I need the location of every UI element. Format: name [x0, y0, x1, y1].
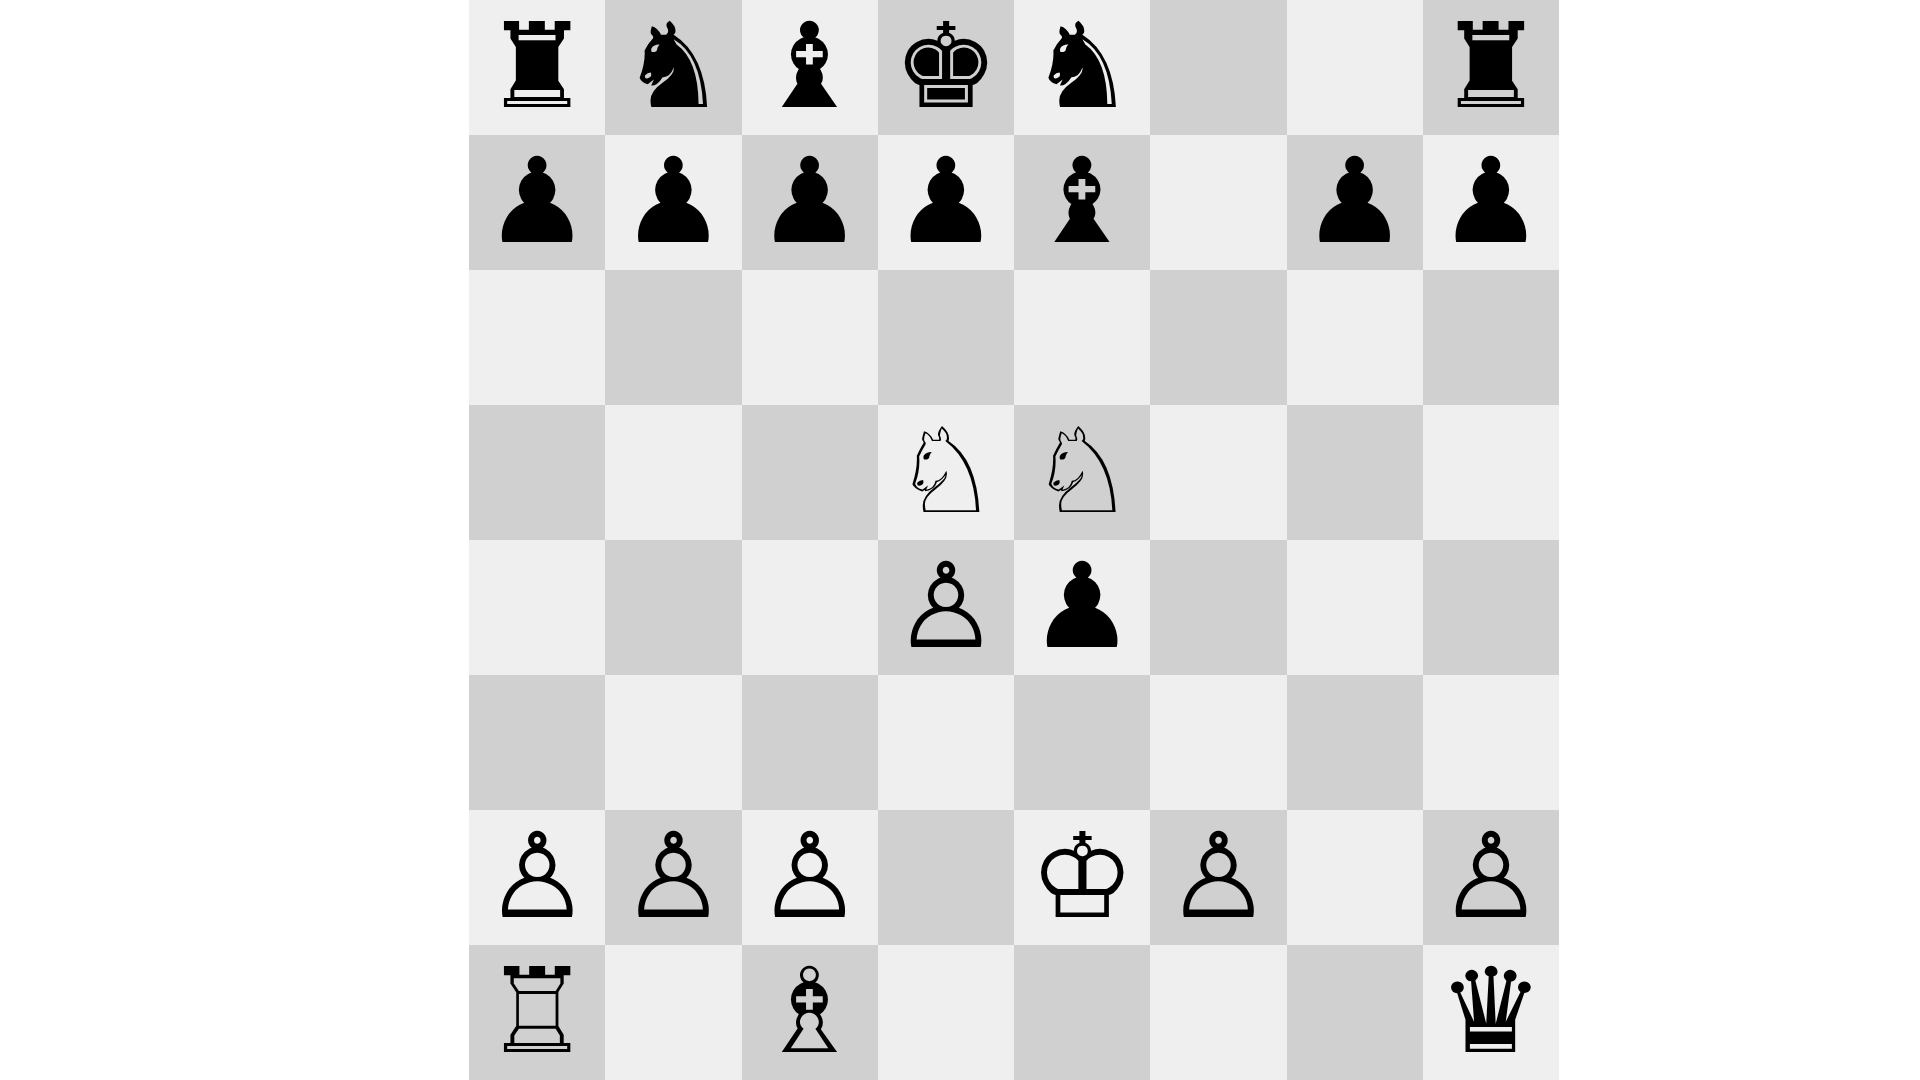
- square-g5[interactable]: [1287, 405, 1423, 540]
- square-h4[interactable]: [1423, 540, 1559, 675]
- white-pawn-piece[interactable]: ♙: [757, 817, 863, 935]
- square-a3[interactable]: [469, 675, 605, 810]
- black-pawn-piece[interactable]: ♟: [893, 142, 999, 260]
- square-h5[interactable]: [1423, 405, 1559, 540]
- square-d5[interactable]: ♘: [878, 405, 1014, 540]
- square-a7[interactable]: ♟: [469, 135, 605, 270]
- black-knight-piece[interactable]: ♞: [620, 7, 726, 125]
- white-king-piece[interactable]: ♔: [1029, 817, 1135, 935]
- square-e4[interactable]: ♟: [1014, 540, 1150, 675]
- black-pawn-piece[interactable]: ♟: [757, 142, 863, 260]
- square-f3[interactable]: [1150, 675, 1286, 810]
- black-pawn-piece[interactable]: ♟: [484, 142, 590, 260]
- square-b1[interactable]: [605, 945, 741, 1080]
- square-c3[interactable]: [742, 675, 878, 810]
- square-g3[interactable]: [1287, 675, 1423, 810]
- square-e6[interactable]: [1014, 270, 1150, 405]
- black-bishop-piece[interactable]: ♝: [757, 7, 863, 125]
- white-pawn-piece[interactable]: ♙: [620, 817, 726, 935]
- chess-board: ♜♞♝♚♞♜♟♟♟♟♝♟♟♘♘♙♟♙♙♙♔♙♙♖♗♛: [469, 0, 1559, 1080]
- white-pawn-piece[interactable]: ♙: [1438, 817, 1544, 935]
- square-e1[interactable]: [1014, 945, 1150, 1080]
- square-d3[interactable]: [878, 675, 1014, 810]
- square-h7[interactable]: ♟: [1423, 135, 1559, 270]
- square-a8[interactable]: ♜: [469, 0, 605, 135]
- white-knight-piece[interactable]: ♘: [1029, 412, 1135, 530]
- square-b6[interactable]: [605, 270, 741, 405]
- square-g2[interactable]: [1287, 810, 1423, 945]
- square-b4[interactable]: [605, 540, 741, 675]
- black-rook-piece[interactable]: ♜: [1438, 7, 1544, 125]
- square-g1[interactable]: [1287, 945, 1423, 1080]
- white-knight-piece[interactable]: ♘: [893, 412, 999, 530]
- square-d8[interactable]: ♚: [878, 0, 1014, 135]
- square-d6[interactable]: [878, 270, 1014, 405]
- square-c7[interactable]: ♟: [742, 135, 878, 270]
- black-pawn-piece[interactable]: ♟: [620, 142, 726, 260]
- white-pawn-piece[interactable]: ♙: [893, 547, 999, 665]
- square-h2[interactable]: ♙: [1423, 810, 1559, 945]
- square-b3[interactable]: [605, 675, 741, 810]
- square-b2[interactable]: ♙: [605, 810, 741, 945]
- page-background: ♜♞♝♚♞♜♟♟♟♟♝♟♟♘♘♙♟♙♙♙♔♙♙♖♗♛: [0, 0, 1920, 1080]
- square-h3[interactable]: [1423, 675, 1559, 810]
- square-d1[interactable]: [878, 945, 1014, 1080]
- square-h1[interactable]: ♛: [1423, 945, 1559, 1080]
- square-f5[interactable]: [1150, 405, 1286, 540]
- square-b5[interactable]: [605, 405, 741, 540]
- black-queen-piece[interactable]: ♛: [1438, 952, 1544, 1070]
- square-e3[interactable]: [1014, 675, 1150, 810]
- black-king-piece[interactable]: ♚: [893, 7, 999, 125]
- square-d4[interactable]: ♙: [878, 540, 1014, 675]
- square-b7[interactable]: ♟: [605, 135, 741, 270]
- black-pawn-piece[interactable]: ♟: [1438, 142, 1544, 260]
- square-e8[interactable]: ♞: [1014, 0, 1150, 135]
- white-pawn-piece[interactable]: ♙: [1165, 817, 1271, 935]
- black-bishop-piece[interactable]: ♝: [1029, 142, 1135, 260]
- square-a2[interactable]: ♙: [469, 810, 605, 945]
- square-c8[interactable]: ♝: [742, 0, 878, 135]
- square-f2[interactable]: ♙: [1150, 810, 1286, 945]
- square-c2[interactable]: ♙: [742, 810, 878, 945]
- square-c6[interactable]: [742, 270, 878, 405]
- square-f8[interactable]: [1150, 0, 1286, 135]
- square-e7[interactable]: ♝: [1014, 135, 1150, 270]
- square-c4[interactable]: [742, 540, 878, 675]
- square-f4[interactable]: [1150, 540, 1286, 675]
- square-a4[interactable]: [469, 540, 605, 675]
- black-knight-piece[interactable]: ♞: [1029, 7, 1135, 125]
- square-f7[interactable]: [1150, 135, 1286, 270]
- square-g6[interactable]: [1287, 270, 1423, 405]
- square-d7[interactable]: ♟: [878, 135, 1014, 270]
- square-a1[interactable]: ♖: [469, 945, 605, 1080]
- square-g7[interactable]: ♟: [1287, 135, 1423, 270]
- square-e5[interactable]: ♘: [1014, 405, 1150, 540]
- square-h8[interactable]: ♜: [1423, 0, 1559, 135]
- square-f1[interactable]: [1150, 945, 1286, 1080]
- square-a6[interactable]: [469, 270, 605, 405]
- square-h6[interactable]: [1423, 270, 1559, 405]
- black-pawn-piece[interactable]: ♟: [1302, 142, 1408, 260]
- square-g8[interactable]: [1287, 0, 1423, 135]
- square-f6[interactable]: [1150, 270, 1286, 405]
- square-g4[interactable]: [1287, 540, 1423, 675]
- square-c5[interactable]: [742, 405, 878, 540]
- white-rook-piece[interactable]: ♖: [484, 952, 590, 1070]
- white-bishop-piece[interactable]: ♗: [757, 952, 863, 1070]
- black-pawn-piece[interactable]: ♟: [1029, 547, 1135, 665]
- square-e2[interactable]: ♔: [1014, 810, 1150, 945]
- square-a5[interactable]: [469, 405, 605, 540]
- white-pawn-piece[interactable]: ♙: [484, 817, 590, 935]
- black-rook-piece[interactable]: ♜: [484, 7, 590, 125]
- square-d2[interactable]: [878, 810, 1014, 945]
- square-b8[interactable]: ♞: [605, 0, 741, 135]
- square-c1[interactable]: ♗: [742, 945, 878, 1080]
